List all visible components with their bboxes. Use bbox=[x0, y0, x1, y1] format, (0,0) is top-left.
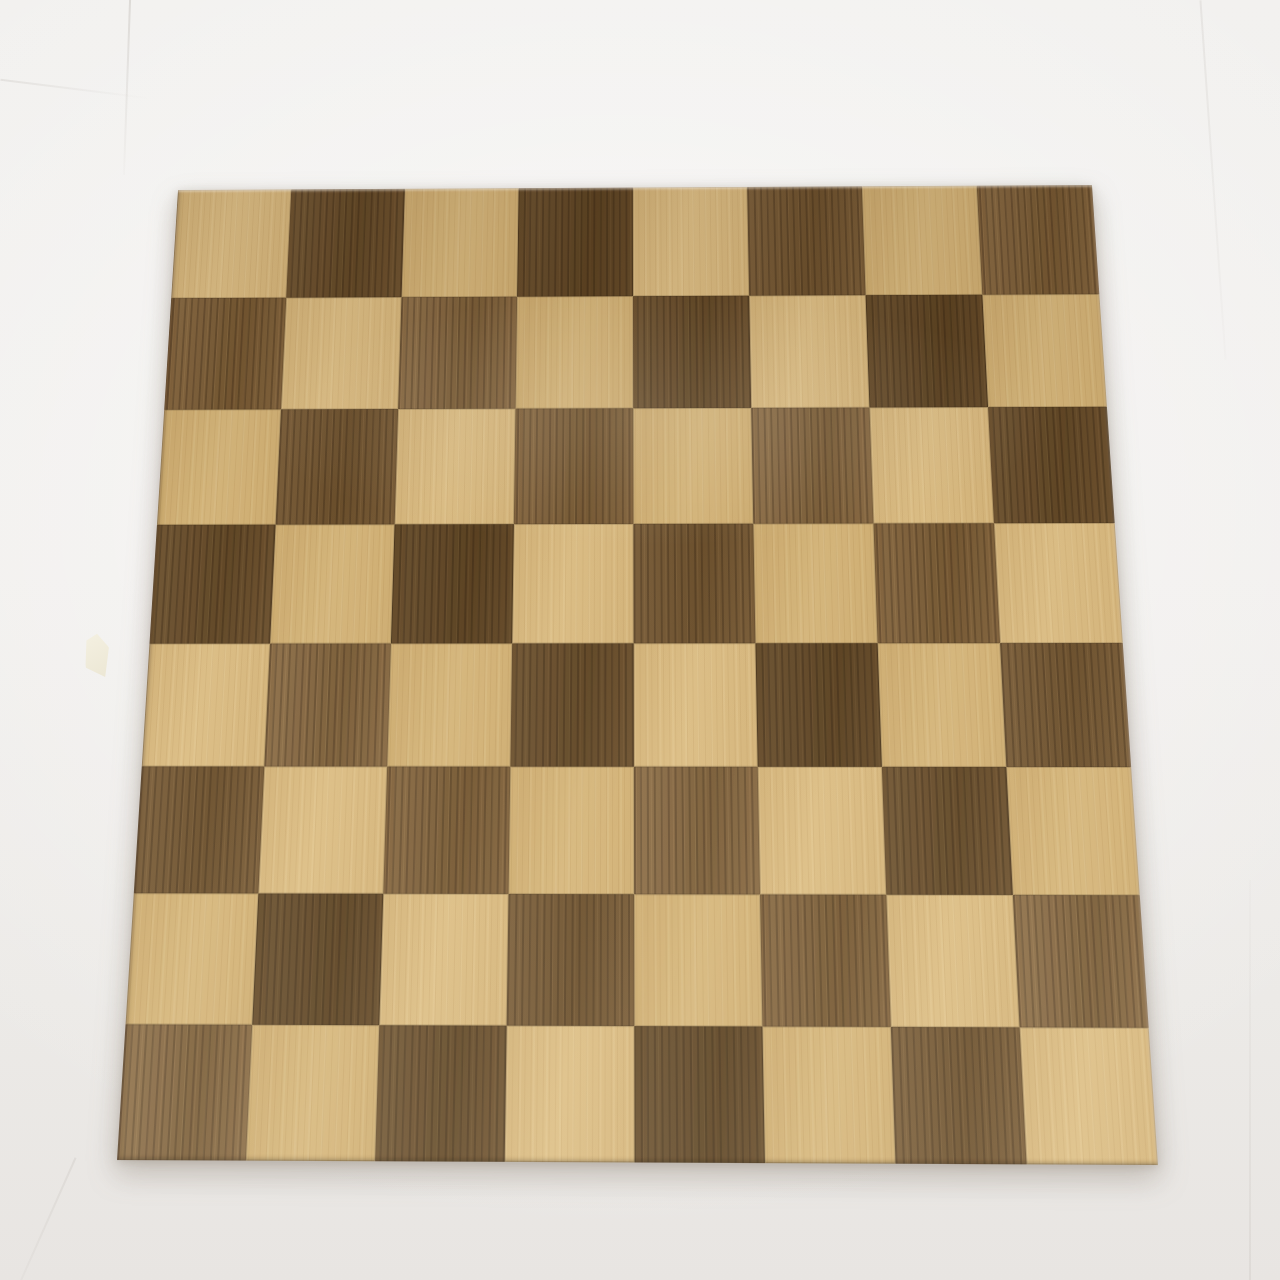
square-d1[interactable] bbox=[505, 1026, 635, 1163]
photo-backdrop bbox=[0, 0, 1280, 1280]
square-c3[interactable] bbox=[383, 767, 510, 894]
square-g7[interactable] bbox=[866, 295, 988, 408]
square-g5[interactable] bbox=[873, 523, 1000, 643]
square-e3[interactable] bbox=[634, 767, 760, 895]
square-e2[interactable] bbox=[634, 894, 762, 1026]
square-g4[interactable] bbox=[878, 643, 1007, 767]
backdrop-crease-right bbox=[1199, 0, 1226, 359]
square-b2[interactable] bbox=[252, 893, 383, 1025]
square-c5[interactable] bbox=[391, 524, 514, 643]
square-a3[interactable] bbox=[134, 766, 265, 893]
square-a2[interactable] bbox=[126, 893, 259, 1025]
square-g1[interactable] bbox=[891, 1027, 1027, 1164]
square-h3[interactable] bbox=[1006, 767, 1139, 895]
square-c4[interactable] bbox=[387, 643, 512, 766]
square-e7[interactable] bbox=[633, 296, 751, 409]
square-b5[interactable] bbox=[270, 524, 395, 643]
square-c1[interactable] bbox=[375, 1025, 507, 1162]
square-b7[interactable] bbox=[281, 297, 402, 409]
square-f8[interactable] bbox=[747, 186, 865, 295]
square-f2[interactable] bbox=[760, 894, 891, 1026]
square-f7[interactable] bbox=[749, 295, 869, 408]
square-f1[interactable] bbox=[762, 1026, 895, 1163]
square-g8[interactable] bbox=[862, 186, 982, 296]
square-h8[interactable] bbox=[977, 185, 1100, 295]
square-a5[interactable] bbox=[149, 525, 275, 644]
square-a1[interactable] bbox=[117, 1024, 252, 1160]
square-h6[interactable] bbox=[988, 407, 1115, 523]
backdrop-crease-bottom-right bbox=[1249, 880, 1251, 1280]
square-d3[interactable] bbox=[509, 767, 635, 895]
square-e4[interactable] bbox=[634, 643, 758, 767]
square-b3[interactable] bbox=[258, 766, 387, 893]
square-d7[interactable] bbox=[516, 296, 634, 408]
square-e8[interactable] bbox=[633, 187, 749, 296]
paper-scrap bbox=[81, 632, 113, 679]
square-c2[interactable] bbox=[379, 894, 508, 1026]
square-h1[interactable] bbox=[1020, 1027, 1158, 1165]
square-d2[interactable] bbox=[507, 894, 635, 1026]
square-b6[interactable] bbox=[276, 409, 399, 525]
square-a4[interactable] bbox=[142, 644, 270, 767]
board-squares bbox=[117, 185, 1158, 1165]
backdrop-crease-top-left bbox=[123, 0, 131, 175]
square-h4[interactable] bbox=[1000, 643, 1131, 767]
square-g3[interactable] bbox=[882, 767, 1013, 895]
square-c8[interactable] bbox=[402, 188, 519, 297]
square-g6[interactable] bbox=[869, 407, 993, 523]
square-e6[interactable] bbox=[633, 408, 753, 524]
square-a8[interactable] bbox=[171, 189, 291, 298]
backdrop-crease-top-left-2 bbox=[0, 79, 149, 99]
square-a7[interactable] bbox=[164, 298, 286, 410]
square-d5[interactable] bbox=[512, 524, 634, 644]
square-a6[interactable] bbox=[157, 409, 281, 524]
square-f6[interactable] bbox=[751, 408, 873, 524]
square-b1[interactable] bbox=[246, 1025, 379, 1161]
square-g2[interactable] bbox=[886, 895, 1019, 1028]
square-h2[interactable] bbox=[1013, 895, 1149, 1028]
square-f3[interactable] bbox=[758, 767, 887, 895]
square-b8[interactable] bbox=[286, 189, 405, 298]
square-c7[interactable] bbox=[398, 297, 517, 409]
backdrop-crease-bottom-left bbox=[1, 1157, 76, 1280]
square-d8[interactable] bbox=[517, 188, 633, 297]
square-e5[interactable] bbox=[633, 524, 755, 644]
square-h5[interactable] bbox=[994, 523, 1123, 643]
square-e1[interactable] bbox=[634, 1026, 765, 1163]
square-f5[interactable] bbox=[753, 523, 877, 643]
square-d4[interactable] bbox=[510, 643, 634, 766]
square-b4[interactable] bbox=[264, 644, 391, 767]
chess-board bbox=[117, 185, 1158, 1165]
square-f4[interactable] bbox=[755, 643, 881, 767]
square-d6[interactable] bbox=[514, 408, 634, 524]
square-h7[interactable] bbox=[982, 294, 1107, 407]
square-c6[interactable] bbox=[395, 409, 516, 525]
